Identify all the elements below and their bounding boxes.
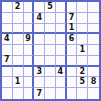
cell-r2c7-given[interactable]: 7 xyxy=(67,13,78,24)
cell-r7c9-empty[interactable] xyxy=(88,67,99,78)
cell-r3c9-empty[interactable] xyxy=(88,24,99,35)
cell-r9c3-empty[interactable] xyxy=(24,88,35,99)
cell-r3c8-empty[interactable] xyxy=(77,24,88,35)
cell-r6c7-empty[interactable] xyxy=(67,56,78,67)
cell-r8c8-given[interactable]: 5 xyxy=(77,77,88,88)
cell-r8c6-empty[interactable] xyxy=(56,77,67,88)
cell-r6c6-empty[interactable] xyxy=(56,56,67,67)
cell-r5c6-empty[interactable] xyxy=(56,45,67,56)
cell-r4c9-empty[interactable] xyxy=(88,34,99,45)
cell-r2c2-empty[interactable] xyxy=(13,13,24,24)
cell-r3c1-empty[interactable] xyxy=(2,24,13,35)
cell-r5c9-empty[interactable] xyxy=(88,45,99,56)
cell-r2c5-empty[interactable] xyxy=(45,13,56,24)
cell-r7c8-given[interactable]: 2 xyxy=(77,67,88,78)
cell-r4c1-given[interactable]: 4 xyxy=(2,34,13,45)
cell-r4c4-empty[interactable] xyxy=(34,34,45,45)
cell-r3c5-empty[interactable] xyxy=(45,24,56,35)
cell-r1c2-given[interactable]: 2 xyxy=(13,2,24,13)
cell-r7c6-given[interactable]: 4 xyxy=(56,67,67,78)
cell-r5c4-empty[interactable] xyxy=(34,45,45,56)
cell-r7c5-empty[interactable] xyxy=(45,67,56,78)
cell-r1c4-empty[interactable] xyxy=(34,2,45,13)
cell-r3c4-empty[interactable] xyxy=(34,24,45,35)
cell-r5c8-given[interactable]: 1 xyxy=(77,45,88,56)
cell-r1c3-empty[interactable] xyxy=(24,2,35,13)
cell-r4c7-given[interactable]: 6 xyxy=(67,34,78,45)
cell-r7c7-empty[interactable] xyxy=(67,67,78,78)
cell-r6c1-given[interactable]: 7 xyxy=(2,56,13,67)
cell-r6c5-empty[interactable] xyxy=(45,56,56,67)
cell-r8c9-given[interactable]: 8 xyxy=(88,77,99,88)
cell-r8c7-empty[interactable] xyxy=(67,77,78,88)
cell-r6c2-empty[interactable] xyxy=(13,56,24,67)
cell-r9c5-empty[interactable] xyxy=(45,88,56,99)
sudoku-board: 25471496173421587 xyxy=(0,0,101,101)
cell-r2c8-empty[interactable] xyxy=(77,13,88,24)
cell-r9c9-empty[interactable] xyxy=(88,88,99,99)
cell-r7c4-given[interactable]: 3 xyxy=(34,67,45,78)
cell-r2c4-given[interactable]: 4 xyxy=(34,13,45,24)
cell-r3c6-empty[interactable] xyxy=(56,24,67,35)
cell-r8c5-empty[interactable] xyxy=(45,77,56,88)
cell-r6c4-empty[interactable] xyxy=(34,56,45,67)
cell-r1c6-empty[interactable] xyxy=(56,2,67,13)
cell-r9c2-empty[interactable] xyxy=(13,88,24,99)
cell-r4c6-empty[interactable] xyxy=(56,34,67,45)
cell-r9c8-empty[interactable] xyxy=(77,88,88,99)
cell-r6c3-empty[interactable] xyxy=(24,56,35,67)
cell-r8c3-empty[interactable] xyxy=(24,77,35,88)
cell-r9c6-empty[interactable] xyxy=(56,88,67,99)
cell-r9c4-given[interactable]: 7 xyxy=(34,88,45,99)
cell-r9c7-empty[interactable] xyxy=(67,88,78,99)
cell-r4c3-given[interactable]: 9 xyxy=(24,34,35,45)
cell-r6c9-empty[interactable] xyxy=(88,56,99,67)
cell-r8c2-given[interactable]: 1 xyxy=(13,77,24,88)
cell-r7c2-empty[interactable] xyxy=(13,67,24,78)
cell-r4c8-empty[interactable] xyxy=(77,34,88,45)
cell-r2c1-empty[interactable] xyxy=(2,13,13,24)
cell-r3c2-empty[interactable] xyxy=(13,24,24,35)
cell-r3c7-given[interactable]: 1 xyxy=(67,24,78,35)
cell-r3c3-empty[interactable] xyxy=(24,24,35,35)
cell-r4c5-empty[interactable] xyxy=(45,34,56,45)
cell-r1c9-empty[interactable] xyxy=(88,2,99,13)
cell-r5c3-empty[interactable] xyxy=(24,45,35,56)
cell-r5c5-empty[interactable] xyxy=(45,45,56,56)
cell-r7c3-empty[interactable] xyxy=(24,67,35,78)
cell-r1c7-empty[interactable] xyxy=(67,2,78,13)
cell-r5c2-empty[interactable] xyxy=(13,45,24,56)
cell-r2c3-empty[interactable] xyxy=(24,13,35,24)
cell-r5c1-empty[interactable] xyxy=(2,45,13,56)
cell-r1c5-given[interactable]: 5 xyxy=(45,2,56,13)
cell-r2c9-empty[interactable] xyxy=(88,13,99,24)
cell-r7c1-empty[interactable] xyxy=(2,67,13,78)
cell-r8c1-empty[interactable] xyxy=(2,77,13,88)
cell-r2c6-empty[interactable] xyxy=(56,13,67,24)
cell-r8c4-empty[interactable] xyxy=(34,77,45,88)
cell-r9c1-empty[interactable] xyxy=(2,88,13,99)
cell-r4c2-empty[interactable] xyxy=(13,34,24,45)
cell-r5c7-empty[interactable] xyxy=(67,45,78,56)
cell-r1c1-empty[interactable] xyxy=(2,2,13,13)
cell-r6c8-empty[interactable] xyxy=(77,56,88,67)
cell-r1c8-empty[interactable] xyxy=(77,2,88,13)
